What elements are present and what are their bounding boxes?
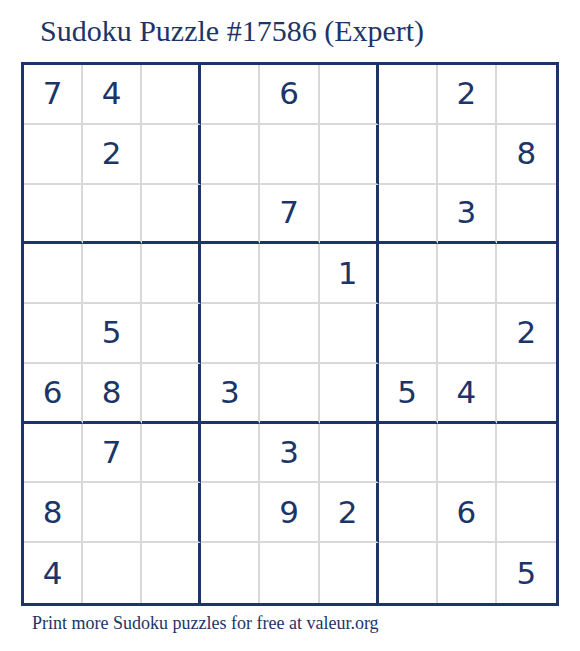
sudoku-cell-r6c4[interactable]: 3 [201,364,260,424]
sudoku-cell-r2c2[interactable]: 2 [83,125,142,185]
sudoku-cell-r9c7[interactable] [379,543,438,603]
sudoku-cell-r3c5[interactable]: 7 [260,185,319,245]
sudoku-cell-r9c2[interactable] [83,543,142,603]
sudoku-cell-r1c8[interactable]: 2 [438,65,497,125]
sudoku-cell-r2c6[interactable] [320,125,379,185]
sudoku-cell-r9c8[interactable] [438,543,497,603]
sudoku-cell-r1c5[interactable]: 6 [260,65,319,125]
footer-text: Print more Sudoku puzzles for free at va… [32,613,379,634]
sudoku-cell-r9c1[interactable]: 4 [24,543,83,603]
sudoku-cell-r6c7[interactable]: 5 [379,364,438,424]
sudoku-cell-r1c7[interactable] [379,65,438,125]
sudoku-cell-r7c4[interactable] [201,424,260,484]
sudoku-cell-r2c5[interactable] [260,125,319,185]
sudoku-cell-r9c9[interactable]: 5 [497,543,556,603]
sudoku-cell-r1c1[interactable]: 7 [24,65,83,125]
sudoku-cell-r7c8[interactable] [438,424,497,484]
sudoku-cell-r4c2[interactable] [83,244,142,304]
sudoku-cell-r6c2[interactable]: 8 [83,364,142,424]
sudoku-cell-r8c3[interactable] [142,483,201,543]
sudoku-cell-r6c1[interactable]: 6 [24,364,83,424]
sudoku-cell-r3c4[interactable] [201,185,260,245]
sudoku-cell-r2c9[interactable]: 8 [497,125,556,185]
sudoku-cell-r4c1[interactable] [24,244,83,304]
sudoku-cell-r3c6[interactable] [320,185,379,245]
sudoku-cell-r7c6[interactable] [320,424,379,484]
sudoku-cell-r3c3[interactable] [142,185,201,245]
sudoku-cell-r6c3[interactable] [142,364,201,424]
sudoku-page: Sudoku Puzzle #17586 (Expert) 7462287315… [0,0,580,651]
sudoku-cell-r1c4[interactable] [201,65,260,125]
sudoku-cell-r4c3[interactable] [142,244,201,304]
sudoku-cell-r3c8[interactable]: 3 [438,185,497,245]
sudoku-cell-r5c5[interactable] [260,304,319,364]
sudoku-cell-r8c8[interactable]: 6 [438,483,497,543]
sudoku-cell-r1c6[interactable] [320,65,379,125]
sudoku-cell-r6c8[interactable]: 4 [438,364,497,424]
sudoku-cell-r4c4[interactable] [201,244,260,304]
sudoku-cell-r3c7[interactable] [379,185,438,245]
sudoku-cell-r8c9[interactable] [497,483,556,543]
sudoku-cell-r7c2[interactable]: 7 [83,424,142,484]
sudoku-cell-r2c8[interactable] [438,125,497,185]
sudoku-cell-r8c5[interactable]: 9 [260,483,319,543]
sudoku-cell-r5c9[interactable]: 2 [497,304,556,364]
sudoku-cell-r4c5[interactable] [260,244,319,304]
sudoku-cell-r8c1[interactable]: 8 [24,483,83,543]
sudoku-cell-r5c4[interactable] [201,304,260,364]
sudoku-cell-r9c3[interactable] [142,543,201,603]
sudoku-cell-r2c7[interactable] [379,125,438,185]
sudoku-cell-r6c5[interactable] [260,364,319,424]
sudoku-cell-r5c8[interactable] [438,304,497,364]
sudoku-cell-r3c2[interactable] [83,185,142,245]
sudoku-cell-r1c2[interactable]: 4 [83,65,142,125]
sudoku-cell-r7c1[interactable] [24,424,83,484]
sudoku-cell-r8c6[interactable]: 2 [320,483,379,543]
sudoku-cell-r4c6[interactable]: 1 [320,244,379,304]
sudoku-cell-r2c1[interactable] [24,125,83,185]
sudoku-cell-r9c4[interactable] [201,543,260,603]
sudoku-cell-r2c3[interactable] [142,125,201,185]
sudoku-cell-r5c3[interactable] [142,304,201,364]
sudoku-cell-r1c9[interactable] [497,65,556,125]
sudoku-cell-r2c4[interactable] [201,125,260,185]
sudoku-cell-r7c7[interactable] [379,424,438,484]
sudoku-cell-r5c7[interactable] [379,304,438,364]
sudoku-cell-r9c6[interactable] [320,543,379,603]
sudoku-cell-r8c7[interactable] [379,483,438,543]
sudoku-cell-r6c6[interactable] [320,364,379,424]
sudoku-cell-r5c6[interactable] [320,304,379,364]
sudoku-cell-r3c1[interactable] [24,185,83,245]
sudoku-cell-r8c2[interactable] [83,483,142,543]
sudoku-cell-r7c9[interactable] [497,424,556,484]
sudoku-cell-r7c5[interactable]: 3 [260,424,319,484]
sudoku-grid: 746228731526835473892645 [21,62,559,606]
sudoku-cell-r4c8[interactable] [438,244,497,304]
sudoku-cell-r1c3[interactable] [142,65,201,125]
sudoku-cell-r7c3[interactable] [142,424,201,484]
sudoku-cell-r8c4[interactable] [201,483,260,543]
sudoku-cell-r3c9[interactable] [497,185,556,245]
sudoku-cell-r4c7[interactable] [379,244,438,304]
page-title: Sudoku Puzzle #17586 (Expert) [40,14,424,48]
sudoku-cell-r5c1[interactable] [24,304,83,364]
sudoku-cell-r6c9[interactable] [497,364,556,424]
sudoku-cell-r4c9[interactable] [497,244,556,304]
sudoku-cell-r5c2[interactable]: 5 [83,304,142,364]
sudoku-cell-r9c5[interactable] [260,543,319,603]
